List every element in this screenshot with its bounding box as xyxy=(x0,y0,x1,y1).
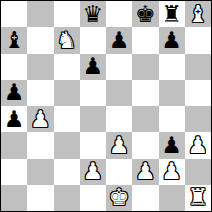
white-pawn: ♟ xyxy=(83,160,104,183)
white-pawn: ♟ xyxy=(135,160,156,183)
black-queen: ♛ xyxy=(83,3,104,26)
square-f5[interactable] xyxy=(132,80,158,106)
square-a1[interactable] xyxy=(1,185,27,211)
white-king: ♚ xyxy=(109,186,130,209)
square-h1[interactable]: ♜ xyxy=(185,185,211,211)
square-c5[interactable] xyxy=(54,80,80,106)
square-g8[interactable]: ♜ xyxy=(159,1,185,27)
square-e2[interactable] xyxy=(106,159,132,185)
square-g3[interactable]: ♟ xyxy=(159,132,185,158)
square-g4[interactable] xyxy=(159,106,185,132)
black-pawn: ♟ xyxy=(161,29,182,52)
white-knight: ♞ xyxy=(56,29,77,52)
square-c7[interactable]: ♞ xyxy=(54,27,80,53)
square-e5[interactable] xyxy=(106,80,132,106)
black-bishop: ♝ xyxy=(4,29,25,52)
square-c3[interactable] xyxy=(54,132,80,158)
black-pawn: ♟ xyxy=(83,55,104,78)
white-pawn: ♟ xyxy=(161,160,182,183)
square-g5[interactable] xyxy=(159,80,185,106)
square-h2[interactable] xyxy=(185,159,211,185)
square-f3[interactable] xyxy=(132,132,158,158)
square-h6[interactable] xyxy=(185,54,211,80)
square-g7[interactable]: ♟ xyxy=(159,27,185,53)
square-f8[interactable]: ♚ xyxy=(132,1,158,27)
chess-board: ♛♚♜♝♝♞♟♟♟♟♟♟♟♟♟♟♟♟♚♜ xyxy=(0,0,212,212)
square-d2[interactable]: ♟ xyxy=(80,159,106,185)
square-e4[interactable] xyxy=(106,106,132,132)
square-h7[interactable] xyxy=(185,27,211,53)
square-e8[interactable] xyxy=(106,1,132,27)
square-h8[interactable]: ♝ xyxy=(185,1,211,27)
square-c2[interactable] xyxy=(54,159,80,185)
white-pawn: ♟ xyxy=(109,134,130,157)
square-a4[interactable]: ♟ xyxy=(1,106,27,132)
square-e1[interactable]: ♚ xyxy=(106,185,132,211)
black-pawn: ♟ xyxy=(4,108,25,131)
square-d5[interactable] xyxy=(80,80,106,106)
square-b8[interactable] xyxy=(27,1,53,27)
square-e6[interactable] xyxy=(106,54,132,80)
square-a6[interactable] xyxy=(1,54,27,80)
white-pawn: ♟ xyxy=(30,108,51,131)
square-d6[interactable]: ♟ xyxy=(80,54,106,80)
square-f6[interactable] xyxy=(132,54,158,80)
square-a7[interactable]: ♝ xyxy=(1,27,27,53)
square-d4[interactable] xyxy=(80,106,106,132)
square-g6[interactable] xyxy=(159,54,185,80)
square-d1[interactable] xyxy=(80,185,106,211)
square-b2[interactable] xyxy=(27,159,53,185)
square-d8[interactable]: ♛ xyxy=(80,1,106,27)
square-e3[interactable]: ♟ xyxy=(106,132,132,158)
white-bishop: ♝ xyxy=(188,3,209,26)
square-f4[interactable] xyxy=(132,106,158,132)
square-g1[interactable] xyxy=(159,185,185,211)
square-c1[interactable] xyxy=(54,185,80,211)
square-h5[interactable] xyxy=(185,80,211,106)
square-h4[interactable] xyxy=(185,106,211,132)
black-pawn: ♟ xyxy=(4,81,25,104)
black-pawn: ♟ xyxy=(161,134,182,157)
black-king: ♚ xyxy=(135,3,156,26)
square-g2[interactable]: ♟ xyxy=(159,159,185,185)
square-b5[interactable] xyxy=(27,80,53,106)
square-a5[interactable]: ♟ xyxy=(1,80,27,106)
square-b6[interactable] xyxy=(27,54,53,80)
square-d3[interactable] xyxy=(80,132,106,158)
square-d7[interactable] xyxy=(80,27,106,53)
square-c6[interactable] xyxy=(54,54,80,80)
square-f2[interactable]: ♟ xyxy=(132,159,158,185)
black-rook: ♜ xyxy=(161,3,182,26)
square-c8[interactable] xyxy=(54,1,80,27)
square-b3[interactable] xyxy=(27,132,53,158)
white-rook: ♜ xyxy=(188,186,209,209)
square-f1[interactable] xyxy=(132,185,158,211)
square-e7[interactable]: ♟ xyxy=(106,27,132,53)
square-b1[interactable] xyxy=(27,185,53,211)
square-a3[interactable] xyxy=(1,132,27,158)
square-c4[interactable] xyxy=(54,106,80,132)
square-h3[interactable]: ♟ xyxy=(185,132,211,158)
square-a8[interactable] xyxy=(1,1,27,27)
black-pawn: ♟ xyxy=(109,29,130,52)
square-a2[interactable] xyxy=(1,159,27,185)
square-b4[interactable]: ♟ xyxy=(27,106,53,132)
square-b7[interactable] xyxy=(27,27,53,53)
square-f7[interactable] xyxy=(132,27,158,53)
white-pawn: ♟ xyxy=(188,134,209,157)
